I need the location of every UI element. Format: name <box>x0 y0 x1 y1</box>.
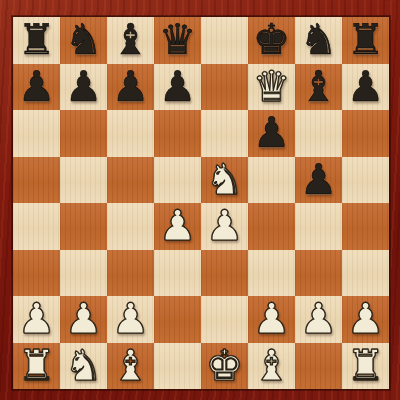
square-d5[interactable] <box>154 157 201 204</box>
piece-black-pawn[interactable]: ♟ <box>248 110 295 157</box>
square-c2[interactable]: ♟ <box>107 296 154 343</box>
square-c3[interactable] <box>107 250 154 297</box>
piece-black-rook[interactable]: ♜ <box>13 17 60 64</box>
square-f3[interactable] <box>248 250 295 297</box>
square-g1[interactable] <box>295 343 342 390</box>
square-c8[interactable]: ♝ <box>107 17 154 64</box>
piece-black-rook[interactable]: ♜ <box>342 17 389 64</box>
square-h7[interactable]: ♟ <box>342 64 389 111</box>
piece-black-knight[interactable]: ♞ <box>60 17 107 64</box>
piece-white-pawn[interactable]: ♟ <box>154 203 201 250</box>
piece-white-rook[interactable]: ♜ <box>13 343 60 390</box>
piece-white-pawn[interactable]: ♟ <box>60 296 107 343</box>
piece-white-knight[interactable]: ♞ <box>60 343 107 390</box>
piece-black-pawn[interactable]: ♟ <box>107 64 154 111</box>
piece-white-pawn[interactable]: ♟ <box>201 203 248 250</box>
square-e5[interactable]: ♞ <box>201 157 248 204</box>
square-d8[interactable]: ♛ <box>154 17 201 64</box>
piece-white-rook[interactable]: ♜ <box>342 343 389 390</box>
piece-white-queen[interactable]: ♛ <box>248 64 295 111</box>
piece-black-knight[interactable]: ♞ <box>295 17 342 64</box>
square-a1[interactable]: ♜ <box>13 343 60 390</box>
square-b1[interactable]: ♞ <box>60 343 107 390</box>
square-e3[interactable] <box>201 250 248 297</box>
square-g5[interactable]: ♟ <box>295 157 342 204</box>
square-a2[interactable]: ♟ <box>13 296 60 343</box>
square-c5[interactable] <box>107 157 154 204</box>
square-d3[interactable] <box>154 250 201 297</box>
piece-black-pawn[interactable]: ♟ <box>60 64 107 111</box>
square-b6[interactable] <box>60 110 107 157</box>
square-b5[interactable] <box>60 157 107 204</box>
square-e1[interactable]: ♚ <box>201 343 248 390</box>
square-f8[interactable]: ♚ <box>248 17 295 64</box>
square-g6[interactable] <box>295 110 342 157</box>
square-h5[interactable] <box>342 157 389 204</box>
square-f6[interactable]: ♟ <box>248 110 295 157</box>
square-h2[interactable]: ♟ <box>342 296 389 343</box>
square-h6[interactable] <box>342 110 389 157</box>
piece-black-pawn[interactable]: ♟ <box>154 64 201 111</box>
square-e8[interactable] <box>201 17 248 64</box>
square-b8[interactable]: ♞ <box>60 17 107 64</box>
square-f2[interactable]: ♟ <box>248 296 295 343</box>
square-g2[interactable]: ♟ <box>295 296 342 343</box>
square-d4[interactable]: ♟ <box>154 203 201 250</box>
square-c6[interactable] <box>107 110 154 157</box>
square-h4[interactable] <box>342 203 389 250</box>
square-a4[interactable] <box>13 203 60 250</box>
piece-black-pawn[interactable]: ♟ <box>13 64 60 111</box>
square-g7[interactable]: ♝ <box>295 64 342 111</box>
square-c4[interactable] <box>107 203 154 250</box>
piece-white-pawn[interactable]: ♟ <box>248 296 295 343</box>
board-frame: ♜♞♝♛♚♞♜♟♟♟♟♛♝♟♟♞♟♟♟♟♟♟♟♟♟♜♞♝♚♝♜ <box>0 0 400 400</box>
square-e2[interactable] <box>201 296 248 343</box>
square-f7[interactable]: ♛ <box>248 64 295 111</box>
piece-white-pawn[interactable]: ♟ <box>107 296 154 343</box>
square-d7[interactable]: ♟ <box>154 64 201 111</box>
square-e4[interactable]: ♟ <box>201 203 248 250</box>
square-a8[interactable]: ♜ <box>13 17 60 64</box>
square-a3[interactable] <box>13 250 60 297</box>
square-g4[interactable] <box>295 203 342 250</box>
square-d6[interactable] <box>154 110 201 157</box>
piece-white-pawn[interactable]: ♟ <box>295 296 342 343</box>
square-b4[interactable] <box>60 203 107 250</box>
piece-white-pawn[interactable]: ♟ <box>13 296 60 343</box>
piece-white-bishop[interactable]: ♝ <box>107 343 154 390</box>
square-b2[interactable]: ♟ <box>60 296 107 343</box>
square-a6[interactable] <box>13 110 60 157</box>
chess-board: ♜♞♝♛♚♞♜♟♟♟♟♛♝♟♟♞♟♟♟♟♟♟♟♟♟♜♞♝♚♝♜ <box>12 16 390 390</box>
square-g8[interactable]: ♞ <box>295 17 342 64</box>
piece-white-king[interactable]: ♚ <box>201 343 248 390</box>
square-b3[interactable] <box>60 250 107 297</box>
square-d2[interactable] <box>154 296 201 343</box>
square-e7[interactable] <box>201 64 248 111</box>
piece-black-king[interactable]: ♚ <box>248 17 295 64</box>
square-c1[interactable]: ♝ <box>107 343 154 390</box>
piece-white-knight[interactable]: ♞ <box>201 157 248 204</box>
piece-white-bishop[interactable]: ♝ <box>248 343 295 390</box>
square-d1[interactable] <box>154 343 201 390</box>
piece-black-queen[interactable]: ♛ <box>154 17 201 64</box>
square-g3[interactable] <box>295 250 342 297</box>
piece-black-pawn[interactable]: ♟ <box>342 64 389 111</box>
piece-black-pawn[interactable]: ♟ <box>295 157 342 204</box>
square-h3[interactable] <box>342 250 389 297</box>
square-f1[interactable]: ♝ <box>248 343 295 390</box>
square-b7[interactable]: ♟ <box>60 64 107 111</box>
square-c7[interactable]: ♟ <box>107 64 154 111</box>
square-f4[interactable] <box>248 203 295 250</box>
square-a5[interactable] <box>13 157 60 204</box>
square-h8[interactable]: ♜ <box>342 17 389 64</box>
piece-white-pawn[interactable]: ♟ <box>342 296 389 343</box>
square-a7[interactable]: ♟ <box>13 64 60 111</box>
piece-black-bishop[interactable]: ♝ <box>295 64 342 111</box>
square-h1[interactable]: ♜ <box>342 343 389 390</box>
square-e6[interactable] <box>201 110 248 157</box>
square-f5[interactable] <box>248 157 295 204</box>
piece-black-bishop[interactable]: ♝ <box>107 17 154 64</box>
